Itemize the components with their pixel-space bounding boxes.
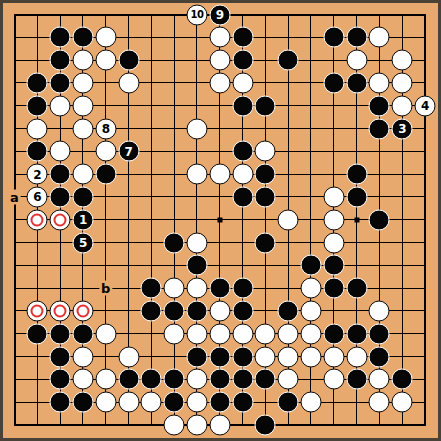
black-stone[interactable] bbox=[72, 323, 93, 344]
black-stone[interactable] bbox=[232, 186, 253, 207]
black-stone[interactable] bbox=[209, 278, 230, 299]
white-stone[interactable] bbox=[72, 95, 93, 116]
black-stone[interactable] bbox=[323, 255, 344, 276]
white-stone[interactable] bbox=[186, 164, 207, 185]
black-stone[interactable] bbox=[232, 141, 253, 162]
white-stone[interactable] bbox=[118, 346, 139, 367]
black-stone[interactable] bbox=[323, 72, 344, 93]
red-circle-marker bbox=[76, 304, 89, 317]
white-stone[interactable] bbox=[72, 118, 93, 139]
stone-number-4: 4 bbox=[421, 100, 429, 112]
black-stone[interactable] bbox=[27, 141, 48, 162]
black-stone[interactable] bbox=[118, 50, 139, 71]
black-stone[interactable] bbox=[118, 369, 139, 390]
point-label-a: a bbox=[8, 189, 21, 204]
white-stone[interactable] bbox=[27, 209, 48, 230]
white-stone[interactable] bbox=[118, 72, 139, 93]
black-stone[interactable] bbox=[72, 186, 93, 207]
black-stone[interactable] bbox=[72, 392, 93, 413]
black-stone[interactable] bbox=[186, 255, 207, 276]
black-stone[interactable] bbox=[369, 118, 390, 139]
black-stone[interactable] bbox=[50, 164, 71, 185]
stone-number-8: 8 bbox=[102, 123, 110, 135]
black-stone[interactable] bbox=[255, 369, 276, 390]
white-stone[interactable] bbox=[95, 141, 116, 162]
white-stone[interactable] bbox=[369, 300, 390, 321]
black-stone[interactable] bbox=[141, 300, 162, 321]
stone-number-2: 2 bbox=[33, 168, 41, 180]
black-stone[interactable] bbox=[72, 27, 93, 48]
white-stone[interactable] bbox=[186, 414, 207, 435]
black-stone[interactable] bbox=[346, 323, 367, 344]
white-stone[interactable] bbox=[323, 232, 344, 253]
black-stone[interactable] bbox=[27, 72, 48, 93]
black-stone[interactable] bbox=[392, 369, 413, 390]
black-stone[interactable] bbox=[50, 27, 71, 48]
stone-number-7: 7 bbox=[125, 145, 133, 157]
black-stone[interactable] bbox=[278, 392, 299, 413]
white-stone[interactable] bbox=[255, 323, 276, 344]
white-stone[interactable] bbox=[392, 50, 413, 71]
black-stone[interactable] bbox=[255, 186, 276, 207]
white-stone[interactable] bbox=[209, 300, 230, 321]
black-stone[interactable] bbox=[209, 369, 230, 390]
white-stone[interactable] bbox=[392, 95, 413, 116]
black-stone[interactable] bbox=[346, 278, 367, 299]
black-stone[interactable] bbox=[278, 300, 299, 321]
white-stone[interactable] bbox=[209, 164, 230, 185]
white-stone[interactable] bbox=[209, 323, 230, 344]
white-stone[interactable] bbox=[300, 278, 321, 299]
black-stone[interactable] bbox=[346, 164, 367, 185]
white-stone[interactable] bbox=[186, 278, 207, 299]
black-stone[interactable]: 7 bbox=[118, 141, 139, 162]
black-stone[interactable] bbox=[255, 232, 276, 253]
white-stone[interactable] bbox=[141, 392, 162, 413]
black-stone[interactable] bbox=[232, 346, 253, 367]
black-stone[interactable] bbox=[164, 300, 185, 321]
stone-number-9: 9 bbox=[216, 9, 224, 21]
red-circle-marker bbox=[31, 304, 44, 317]
white-stone[interactable] bbox=[27, 300, 48, 321]
black-stone[interactable] bbox=[369, 95, 390, 116]
white-stone[interactable] bbox=[300, 392, 321, 413]
white-stone[interactable]: 10 bbox=[186, 4, 207, 25]
white-stone[interactable] bbox=[346, 346, 367, 367]
white-stone[interactable] bbox=[72, 164, 93, 185]
black-stone[interactable] bbox=[50, 323, 71, 344]
grid-line-horizontal bbox=[14, 265, 426, 266]
black-stone[interactable]: 3 bbox=[392, 118, 413, 139]
star-point bbox=[217, 217, 222, 222]
white-stone[interactable] bbox=[209, 72, 230, 93]
white-stone[interactable] bbox=[323, 369, 344, 390]
black-stone[interactable] bbox=[232, 300, 253, 321]
black-stone[interactable] bbox=[346, 72, 367, 93]
black-stone[interactable] bbox=[346, 186, 367, 207]
white-stone[interactable] bbox=[209, 27, 230, 48]
white-stone[interactable] bbox=[209, 50, 230, 71]
white-stone[interactable] bbox=[369, 27, 390, 48]
black-stone[interactable] bbox=[50, 392, 71, 413]
white-stone[interactable] bbox=[278, 209, 299, 230]
white-stone[interactable] bbox=[278, 323, 299, 344]
white-stone[interactable] bbox=[323, 209, 344, 230]
white-stone[interactable] bbox=[232, 323, 253, 344]
white-stone[interactable] bbox=[186, 392, 207, 413]
black-stone[interactable] bbox=[164, 392, 185, 413]
white-stone[interactable] bbox=[50, 141, 71, 162]
black-stone[interactable] bbox=[50, 346, 71, 367]
white-stone[interactable] bbox=[278, 369, 299, 390]
black-stone[interactable] bbox=[232, 27, 253, 48]
white-stone[interactable] bbox=[72, 346, 93, 367]
white-stone[interactable] bbox=[232, 72, 253, 93]
white-stone[interactable] bbox=[186, 369, 207, 390]
white-stone[interactable] bbox=[346, 50, 367, 71]
grid-line-vertical bbox=[424, 14, 426, 426]
white-stone[interactable] bbox=[27, 118, 48, 139]
white-stone[interactable] bbox=[186, 232, 207, 253]
black-stone[interactable] bbox=[27, 95, 48, 116]
red-circle-marker bbox=[54, 213, 67, 226]
stone-number-10: 10 bbox=[190, 10, 203, 20]
black-stone[interactable] bbox=[50, 72, 71, 93]
black-stone[interactable] bbox=[300, 255, 321, 276]
black-stone[interactable] bbox=[50, 369, 71, 390]
black-stone[interactable] bbox=[141, 278, 162, 299]
black-stone[interactable] bbox=[50, 50, 71, 71]
white-stone[interactable] bbox=[255, 346, 276, 367]
black-stone[interactable] bbox=[323, 278, 344, 299]
black-stone[interactable]: 9 bbox=[209, 4, 230, 25]
stone-number-5: 5 bbox=[79, 237, 87, 249]
black-stone[interactable] bbox=[50, 186, 71, 207]
black-stone[interactable] bbox=[209, 346, 230, 367]
black-stone[interactable] bbox=[186, 346, 207, 367]
white-stone[interactable] bbox=[323, 346, 344, 367]
black-stone[interactable] bbox=[164, 369, 185, 390]
white-stone[interactable] bbox=[392, 392, 413, 413]
go-board[interactable]: ab10948372615 bbox=[0, 0, 441, 441]
black-stone[interactable] bbox=[255, 414, 276, 435]
white-stone[interactable] bbox=[50, 300, 71, 321]
black-stone[interactable] bbox=[323, 27, 344, 48]
black-stone[interactable] bbox=[232, 369, 253, 390]
white-stone[interactable] bbox=[186, 323, 207, 344]
white-stone[interactable]: 8 bbox=[95, 118, 116, 139]
black-stone[interactable]: 1 bbox=[72, 209, 93, 230]
stone-number-1: 1 bbox=[79, 214, 87, 226]
white-stone[interactable] bbox=[232, 164, 253, 185]
white-stone[interactable]: 2 bbox=[27, 164, 48, 185]
white-stone[interactable] bbox=[72, 369, 93, 390]
white-stone[interactable]: 4 bbox=[414, 95, 435, 116]
black-stone[interactable] bbox=[186, 300, 207, 321]
white-stone[interactable] bbox=[50, 209, 71, 230]
black-stone[interactable] bbox=[164, 232, 185, 253]
star-point bbox=[354, 217, 359, 222]
black-stone[interactable] bbox=[141, 369, 162, 390]
white-stone[interactable] bbox=[164, 323, 185, 344]
white-stone[interactable] bbox=[164, 414, 185, 435]
white-stone[interactable] bbox=[300, 300, 321, 321]
black-stone[interactable] bbox=[255, 164, 276, 185]
black-stone[interactable] bbox=[232, 50, 253, 71]
black-stone[interactable] bbox=[346, 369, 367, 390]
white-stone[interactable] bbox=[300, 323, 321, 344]
white-stone[interactable] bbox=[369, 392, 390, 413]
black-stone[interactable] bbox=[209, 392, 230, 413]
black-stone[interactable] bbox=[323, 323, 344, 344]
black-stone[interactable] bbox=[232, 278, 253, 299]
red-circle-marker bbox=[31, 213, 44, 226]
black-stone[interactable] bbox=[27, 323, 48, 344]
white-stone[interactable] bbox=[72, 300, 93, 321]
white-stone[interactable] bbox=[323, 186, 344, 207]
white-stone[interactable] bbox=[118, 392, 139, 413]
black-stone[interactable] bbox=[95, 164, 116, 185]
black-stone[interactable] bbox=[369, 209, 390, 230]
black-stone[interactable] bbox=[255, 95, 276, 116]
red-circle-marker bbox=[54, 304, 67, 317]
black-stone[interactable] bbox=[346, 27, 367, 48]
black-stone[interactable] bbox=[232, 95, 253, 116]
white-stone[interactable] bbox=[95, 27, 116, 48]
white-stone[interactable]: 6 bbox=[27, 186, 48, 207]
white-stone[interactable] bbox=[186, 118, 207, 139]
white-stone[interactable] bbox=[72, 72, 93, 93]
stone-number-6: 6 bbox=[33, 191, 41, 203]
black-stone[interactable] bbox=[369, 323, 390, 344]
white-stone[interactable] bbox=[95, 369, 116, 390]
white-stone[interactable] bbox=[369, 72, 390, 93]
white-stone[interactable] bbox=[209, 414, 230, 435]
black-stone[interactable]: 5 bbox=[72, 232, 93, 253]
black-stone[interactable] bbox=[369, 346, 390, 367]
white-stone[interactable] bbox=[164, 278, 185, 299]
black-stone[interactable] bbox=[232, 392, 253, 413]
black-stone[interactable] bbox=[278, 50, 299, 71]
stone-number-3: 3 bbox=[398, 123, 406, 135]
point-label-b: b bbox=[99, 281, 112, 296]
white-stone[interactable] bbox=[95, 323, 116, 344]
white-stone[interactable] bbox=[95, 392, 116, 413]
white-stone[interactable] bbox=[255, 141, 276, 162]
white-stone[interactable] bbox=[95, 50, 116, 71]
white-stone[interactable] bbox=[278, 346, 299, 367]
white-stone[interactable] bbox=[72, 50, 93, 71]
white-stone[interactable] bbox=[50, 95, 71, 116]
white-stone[interactable] bbox=[300, 346, 321, 367]
white-stone[interactable] bbox=[392, 72, 413, 93]
white-stone[interactable] bbox=[369, 369, 390, 390]
